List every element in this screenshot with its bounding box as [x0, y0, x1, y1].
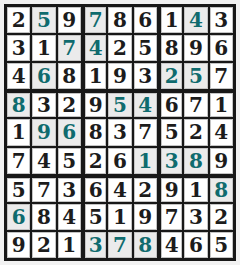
cell-r1c1[interactable]: 2 — [7, 7, 30, 33]
cell-r1c9[interactable]: 3 — [210, 7, 233, 33]
cell-r1c7[interactable]: 1 — [159, 7, 182, 33]
cell-r9c9[interactable]: 5 — [210, 232, 233, 258]
cell-r3c1[interactable]: 4 — [7, 63, 30, 89]
cell-r4c5[interactable]: 5 — [108, 91, 131, 117]
cell-r8c9[interactable]: 2 — [210, 204, 233, 230]
cell-r8c3[interactable]: 4 — [58, 204, 81, 230]
cell-r6c6[interactable]: 1 — [134, 148, 157, 174]
cell-r5c7[interactable]: 5 — [159, 119, 182, 145]
cell-r6c7[interactable]: 3 — [159, 148, 182, 174]
cell-r4c3[interactable]: 2 — [58, 91, 81, 117]
cell-r5c5[interactable]: 3 — [108, 119, 131, 145]
cell-r5c6[interactable]: 7 — [134, 119, 157, 145]
cell-r2c9[interactable]: 6 — [210, 35, 233, 61]
cell-r6c2[interactable]: 4 — [32, 148, 55, 174]
cell-r4c9[interactable]: 1 — [210, 91, 233, 117]
cell-r2c3[interactable]: 7 — [58, 35, 81, 61]
cell-r9c3[interactable]: 1 — [58, 232, 81, 258]
cell-r2c8[interactable]: 9 — [184, 35, 207, 61]
cell-r9c8[interactable]: 6 — [184, 232, 207, 258]
cell-r6c1[interactable]: 7 — [7, 148, 30, 174]
cell-r2c4[interactable]: 4 — [83, 35, 106, 61]
cell-r3c8[interactable]: 5 — [184, 63, 207, 89]
cell-r6c8[interactable]: 8 — [184, 148, 207, 174]
cell-r4c8[interactable]: 7 — [184, 91, 207, 117]
cell-r1c2[interactable]: 5 — [32, 7, 55, 33]
cell-r2c6[interactable]: 5 — [134, 35, 157, 61]
cell-r7c7[interactable]: 9 — [159, 176, 182, 202]
cell-r3c9[interactable]: 7 — [210, 63, 233, 89]
cell-r5c8[interactable]: 2 — [184, 119, 207, 145]
cell-r5c3[interactable]: 6 — [58, 119, 81, 145]
cell-r3c7[interactable]: 2 — [159, 63, 182, 89]
cell-r9c2[interactable]: 2 — [32, 232, 55, 258]
cell-r3c3[interactable]: 8 — [58, 63, 81, 89]
cell-r9c5[interactable]: 7 — [108, 232, 131, 258]
cell-r8c6[interactable]: 9 — [134, 204, 157, 230]
cell-r2c2[interactable]: 1 — [32, 35, 55, 61]
cell-r1c5[interactable]: 8 — [108, 7, 131, 33]
cell-r4c4[interactable]: 9 — [83, 91, 106, 117]
cell-r5c1[interactable]: 1 — [7, 119, 30, 145]
cell-r4c1[interactable]: 8 — [7, 91, 30, 117]
cell-r3c6[interactable]: 3 — [134, 63, 157, 89]
cell-r5c9[interactable]: 4 — [210, 119, 233, 145]
cell-r3c5[interactable]: 9 — [108, 63, 131, 89]
cell-r7c6[interactable]: 2 — [134, 176, 157, 202]
cell-r6c9[interactable]: 9 — [210, 148, 233, 174]
cell-r4c2[interactable]: 3 — [32, 91, 55, 117]
cell-r1c4[interactable]: 7 — [83, 7, 106, 33]
cell-r4c7[interactable]: 6 — [159, 91, 182, 117]
cell-r6c4[interactable]: 2 — [83, 148, 106, 174]
cell-r1c6[interactable]: 6 — [134, 7, 157, 33]
cell-r7c5[interactable]: 4 — [108, 176, 131, 202]
cell-r2c5[interactable]: 2 — [108, 35, 131, 61]
cell-r7c2[interactable]: 7 — [32, 176, 55, 202]
cell-r8c7[interactable]: 7 — [159, 204, 182, 230]
cell-r3c2[interactable]: 6 — [32, 63, 55, 89]
cell-r8c1[interactable]: 6 — [7, 204, 30, 230]
cell-r7c4[interactable]: 6 — [83, 176, 106, 202]
cell-r2c7[interactable]: 8 — [159, 35, 182, 61]
cell-r2c1[interactable]: 3 — [7, 35, 30, 61]
cell-r7c1[interactable]: 5 — [7, 176, 30, 202]
cell-r7c3[interactable]: 3 — [58, 176, 81, 202]
cell-r1c8[interactable]: 4 — [184, 7, 207, 33]
cell-r8c8[interactable]: 3 — [184, 204, 207, 230]
sudoku-board: 2597861433174258964681932578329546711968… — [4, 4, 236, 261]
cell-r6c3[interactable]: 5 — [58, 148, 81, 174]
cell-r5c4[interactable]: 8 — [83, 119, 106, 145]
cell-r8c4[interactable]: 5 — [83, 204, 106, 230]
cell-r7c8[interactable]: 1 — [184, 176, 207, 202]
cell-r8c5[interactable]: 1 — [108, 204, 131, 230]
cell-r9c1[interactable]: 9 — [7, 232, 30, 258]
cell-r9c4[interactable]: 3 — [83, 232, 106, 258]
cell-r9c7[interactable]: 4 — [159, 232, 182, 258]
cell-r6c5[interactable]: 6 — [108, 148, 131, 174]
cell-r5c2[interactable]: 9 — [32, 119, 55, 145]
cell-r4c6[interactable]: 4 — [134, 91, 157, 117]
cell-r8c2[interactable]: 8 — [32, 204, 55, 230]
cell-r9c6[interactable]: 8 — [134, 232, 157, 258]
cell-r3c4[interactable]: 1 — [83, 63, 106, 89]
cell-r1c3[interactable]: 9 — [58, 7, 81, 33]
cell-r7c9[interactable]: 8 — [210, 176, 233, 202]
